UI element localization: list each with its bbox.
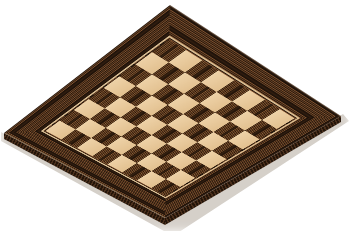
product-photo-background (0, 0, 350, 231)
chess-board (4, 5, 341, 218)
